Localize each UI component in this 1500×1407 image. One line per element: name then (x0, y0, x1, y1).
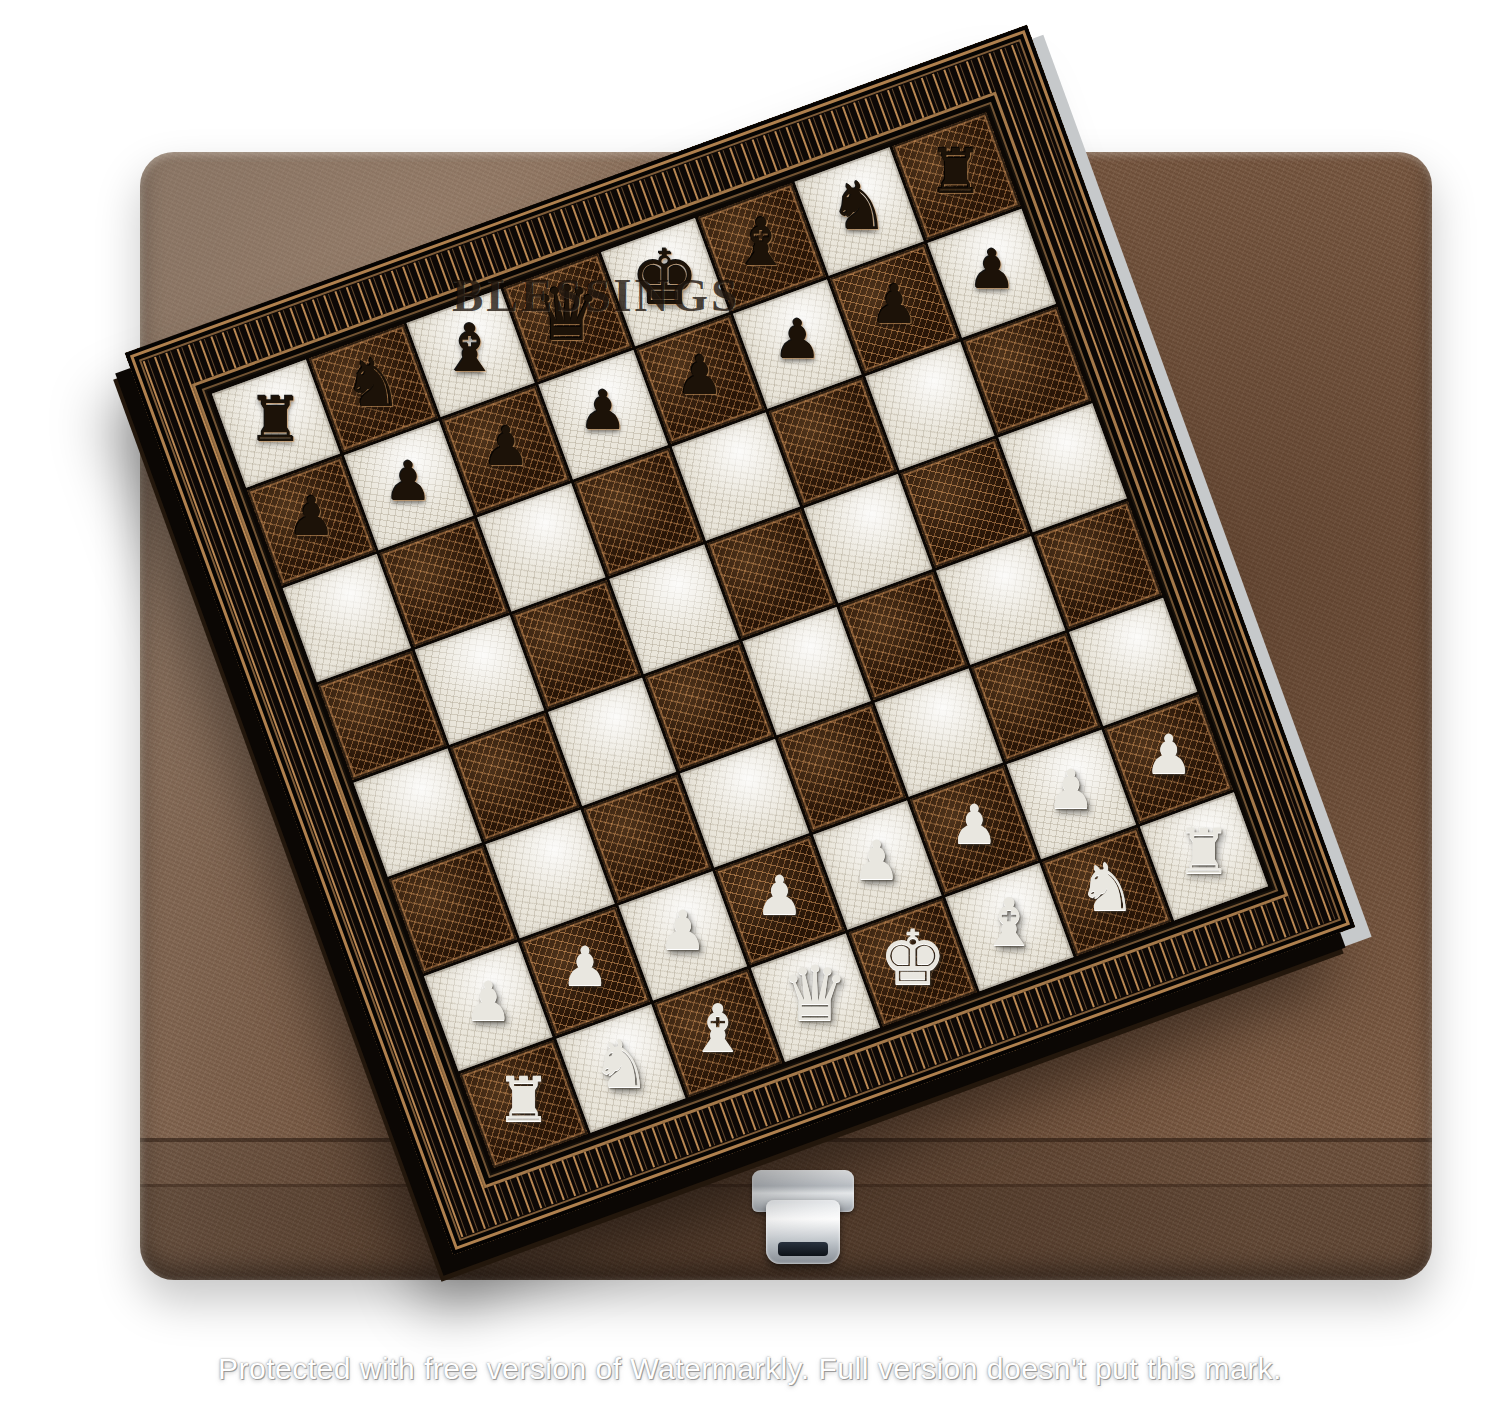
piece-black-pawn[interactable]: ♟ (967, 242, 1015, 296)
latch-slot (778, 1242, 828, 1256)
piece-black-pawn[interactable]: ♟ (385, 455, 433, 509)
board-brand-watermark: BLESSINGS (452, 268, 740, 322)
piece-black-rook[interactable]: ♜ (928, 141, 984, 203)
piece-black-pawn[interactable]: ♟ (676, 348, 724, 402)
piece-black-knight[interactable]: ♞ (830, 175, 889, 241)
piece-white-rook[interactable]: ♜ (496, 1069, 552, 1131)
piece-black-knight[interactable]: ♞ (344, 351, 403, 417)
piece-white-pawn[interactable]: ♟ (658, 905, 706, 959)
piece-black-pawn[interactable]: ♟ (773, 313, 821, 367)
piece-white-pawn[interactable]: ♟ (1144, 728, 1192, 782)
case-latch[interactable] (752, 1170, 854, 1268)
watermarkly-caption: Protected with free version of Watermark… (0, 1352, 1500, 1386)
piece-white-bishop[interactable]: ♝ (688, 996, 747, 1062)
piece-black-pawn[interactable]: ♟ (287, 490, 335, 544)
piece-white-pawn[interactable]: ♟ (1047, 763, 1095, 817)
piece-white-queen[interactable]: ♛ (781, 956, 849, 1032)
piece-white-bishop[interactable]: ♝ (980, 890, 1039, 956)
piece-white-rook[interactable]: ♜ (1176, 821, 1232, 883)
piece-black-bishop[interactable]: ♝ (441, 316, 500, 382)
piece-white-pawn[interactable]: ♟ (756, 870, 804, 924)
piece-white-pawn[interactable]: ♟ (853, 834, 901, 888)
piece-white-pawn[interactable]: ♟ (464, 976, 512, 1030)
piece-black-bishop[interactable]: ♝ (732, 210, 791, 276)
piece-black-rook[interactable]: ♜ (248, 389, 304, 451)
piece-black-pawn[interactable]: ♟ (870, 278, 918, 332)
piece-white-pawn[interactable]: ♟ (561, 940, 609, 994)
piece-white-knight[interactable]: ♞ (1077, 855, 1136, 921)
board-field: ♜♞♝♛♚♝♞♜♟♟♟♟♟♟♟♟♟♟♟♟♟♟♟♟♜♞♝♛♚♝♞♜ (207, 107, 1273, 1173)
product-photo: ♜♞♝♛♚♝♞♜♟♟♟♟♟♟♟♟♟♟♟♟♟♟♟♟♜♞♝♛♚♝♞♜ BLESSIN… (0, 0, 1500, 1407)
piece-black-pawn[interactable]: ♟ (579, 384, 627, 438)
piece-white-knight[interactable]: ♞ (591, 1031, 650, 1097)
piece-black-pawn[interactable]: ♟ (482, 419, 530, 473)
piece-white-king[interactable]: ♚ (878, 920, 946, 996)
piece-white-pawn[interactable]: ♟ (950, 799, 998, 853)
